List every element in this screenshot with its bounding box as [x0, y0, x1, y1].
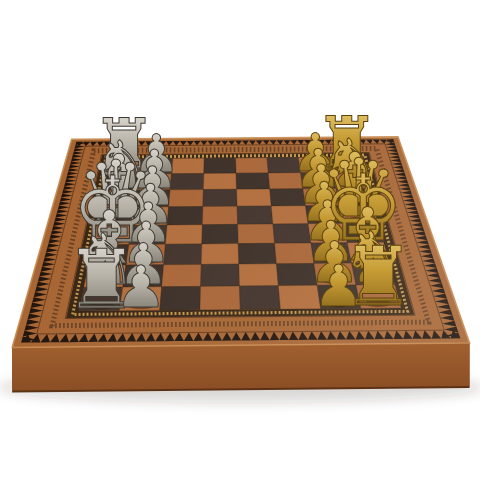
scene: ♜♟♟♜♞♟♟♞♝♟♟♝♛♟♟♛♚♟♟♚♝♟♟♝♞♟♟♞♜♟♟♜	[0, 0, 480, 480]
piece-black-pawn[interactable]: ♟	[115, 253, 167, 321]
piece-white-rook[interactable]: ♜	[342, 229, 415, 324]
chess-board-photo: ♜♟♟♜♞♟♟♞♝♟♟♝♛♟♟♛♚♟♟♚♝♟♟♝♞♟♟♞♜♟♟♜	[0, 0, 480, 480]
